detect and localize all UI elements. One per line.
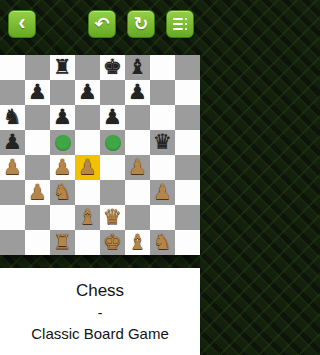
square-g2[interactable] [150,205,175,230]
square-d8[interactable] [75,55,100,80]
toolbar: ‹ ↶ ↻ [0,10,200,38]
chess-board: ♜♚♝♟♟♟♞♟♟♟♛♟♟♟♟♟♞♟♝♛♜♚♝♞ [0,55,200,255]
white-knight: ♞ [53,180,72,205]
square-c6[interactable]: ♟ [50,105,75,130]
square-f1[interactable]: ♝ [125,230,150,255]
square-e7[interactable] [100,80,125,105]
square-a6[interactable]: ♞ [0,105,25,130]
white-queen: ♛ [103,205,122,230]
white-pawn: ♟ [28,180,47,205]
square-g5[interactable]: ♛ [150,130,175,155]
black-pawn: ♟ [53,105,72,130]
square-h8[interactable] [175,55,200,80]
square-h2[interactable] [175,205,200,230]
app-title: Chess [76,281,124,301]
app-subtitle: Classic Board Game [31,325,169,342]
white-knight: ♞ [153,230,172,255]
square-h7[interactable] [175,80,200,105]
square-c5[interactable] [50,130,75,155]
square-g1[interactable]: ♞ [150,230,175,255]
square-d6[interactable] [75,105,100,130]
square-c1[interactable]: ♜ [50,230,75,255]
white-pawn: ♟ [3,155,22,180]
square-d1[interactable] [75,230,100,255]
square-h5[interactable] [175,130,200,155]
black-pawn: ♟ [103,105,122,130]
square-f2[interactable] [125,205,150,230]
black-queen: ♛ [153,130,172,155]
square-g7[interactable] [150,80,175,105]
white-bishop: ♝ [128,230,147,255]
menu-list-icon [173,18,188,31]
square-a2[interactable] [0,205,25,230]
white-pawn: ♟ [78,155,97,180]
black-pawn: ♟ [28,80,47,105]
square-h4[interactable] [175,155,200,180]
white-bishop: ♝ [78,205,97,230]
square-c7[interactable] [50,80,75,105]
reset-button[interactable]: ↻ [127,10,155,38]
square-c2[interactable] [50,205,75,230]
undo-button[interactable]: ↶ [88,10,116,38]
move-hint-dot[interactable] [105,135,121,151]
square-h1[interactable] [175,230,200,255]
move-hint-dot[interactable] [55,135,71,151]
reset-circular-arrow-icon: ↻ [133,15,148,33]
square-b7[interactable]: ♟ [25,80,50,105]
black-knight: ♞ [3,105,22,130]
square-g4[interactable] [150,155,175,180]
square-a8[interactable] [0,55,25,80]
back-arrow-icon: ‹ [18,12,25,34]
square-e4[interactable] [100,155,125,180]
square-h3[interactable] [175,180,200,205]
square-e2[interactable]: ♛ [100,205,125,230]
bottom-panel: Chess - Classic Board Game [0,268,200,355]
white-pawn: ♟ [53,155,72,180]
square-c8[interactable]: ♜ [50,55,75,80]
square-f4[interactable]: ♟ [125,155,150,180]
square-d2[interactable]: ♝ [75,205,100,230]
black-king: ♚ [103,55,122,80]
square-e8[interactable]: ♚ [100,55,125,80]
square-g8[interactable] [150,55,175,80]
black-rook: ♜ [53,55,72,80]
white-king: ♚ [103,230,122,255]
square-e1[interactable]: ♚ [100,230,125,255]
title-separator: - [98,305,103,321]
undo-arrow-icon: ↶ [94,15,109,33]
square-e5[interactable] [100,130,125,155]
square-g6[interactable] [150,105,175,130]
square-b2[interactable] [25,205,50,230]
square-a3[interactable] [0,180,25,205]
white-rook: ♜ [53,230,72,255]
square-a7[interactable] [0,80,25,105]
square-f6[interactable] [125,105,150,130]
square-a5[interactable]: ♟ [0,130,25,155]
square-c4[interactable]: ♟ [50,155,75,180]
square-f7[interactable]: ♟ [125,80,150,105]
square-g3[interactable]: ♟ [150,180,175,205]
square-a4[interactable]: ♟ [0,155,25,180]
square-b1[interactable] [25,230,50,255]
square-e6[interactable]: ♟ [100,105,125,130]
square-e3[interactable] [100,180,125,205]
square-f5[interactable] [125,130,150,155]
square-b8[interactable] [25,55,50,80]
square-h6[interactable] [175,105,200,130]
square-f8[interactable]: ♝ [125,55,150,80]
square-b4[interactable] [25,155,50,180]
white-pawn: ♟ [128,155,147,180]
square-f3[interactable] [125,180,150,205]
menu-button[interactable] [166,10,194,38]
square-d7[interactable]: ♟ [75,80,100,105]
square-d4[interactable]: ♟ [75,155,100,180]
back-button[interactable]: ‹ [8,10,36,38]
black-pawn: ♟ [128,80,147,105]
square-b6[interactable] [25,105,50,130]
black-pawn: ♟ [3,130,22,155]
white-pawn: ♟ [153,180,172,205]
square-d5[interactable] [75,130,100,155]
square-c3[interactable]: ♞ [50,180,75,205]
square-d3[interactable] [75,180,100,205]
square-a1[interactable] [0,230,25,255]
black-bishop: ♝ [128,55,147,80]
black-pawn: ♟ [78,80,97,105]
square-b3[interactable]: ♟ [25,180,50,205]
square-b5[interactable] [25,130,50,155]
